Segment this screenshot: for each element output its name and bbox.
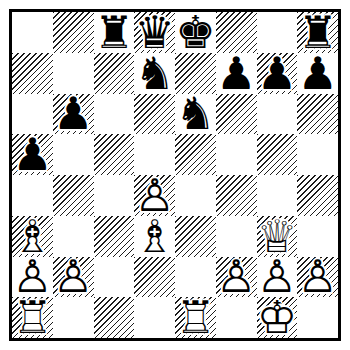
square-f4[interactable]	[216, 175, 257, 216]
square-e8[interactable]: ♚	[175, 12, 216, 53]
square-d2[interactable]	[134, 257, 175, 298]
square-e4[interactable]	[175, 175, 216, 216]
piece-wP-b2: ♟	[53, 257, 94, 298]
piece-wQ-g3: ♛	[257, 216, 298, 257]
square-f8[interactable]	[216, 12, 257, 53]
square-h8[interactable]: ♜	[297, 12, 338, 53]
square-g7[interactable]: ♟	[257, 53, 298, 94]
piece-wQ-outline-g3: ♕	[257, 216, 298, 257]
piece-wP-g2: ♟	[257, 257, 298, 298]
piece-wB-a3: ♝	[12, 216, 53, 257]
piece-wB-outline-a3: ♗	[12, 216, 53, 257]
square-h6[interactable]	[297, 94, 338, 135]
piece-bN-e6: ♞	[175, 94, 216, 135]
square-e1[interactable]: ♜♖	[175, 297, 216, 338]
square-d3[interactable]: ♝♗	[134, 216, 175, 257]
square-g3[interactable]: ♛♕	[257, 216, 298, 257]
square-c1[interactable]	[94, 297, 135, 338]
square-g4[interactable]	[257, 175, 298, 216]
square-e3[interactable]	[175, 216, 216, 257]
piece-wK-outline-g1: ♔	[257, 297, 298, 338]
square-g8[interactable]	[257, 12, 298, 53]
square-b2[interactable]: ♟♙	[53, 257, 94, 298]
square-f2[interactable]: ♟♙	[216, 257, 257, 298]
piece-bP-h7: ♟	[297, 53, 338, 94]
square-d7[interactable]: ♞	[134, 53, 175, 94]
square-h4[interactable]	[297, 175, 338, 216]
square-b1[interactable]	[53, 297, 94, 338]
square-f7[interactable]: ♟	[216, 53, 257, 94]
piece-wP-f2: ♟	[216, 257, 257, 298]
piece-wP-d4: ♟	[134, 175, 175, 216]
square-f1[interactable]	[216, 297, 257, 338]
square-b3[interactable]	[53, 216, 94, 257]
piece-wR-outline-e1: ♖	[175, 297, 216, 338]
square-b6[interactable]: ♟	[53, 94, 94, 135]
square-h3[interactable]	[297, 216, 338, 257]
square-c5[interactable]	[94, 134, 135, 175]
square-g6[interactable]	[257, 94, 298, 135]
piece-bN-d7: ♞	[134, 53, 175, 94]
piece-bR-h8: ♜	[297, 12, 338, 53]
square-a7[interactable]	[12, 53, 53, 94]
square-a2[interactable]: ♟♙	[12, 257, 53, 298]
square-d5[interactable]	[134, 134, 175, 175]
square-h2[interactable]: ♟♙	[297, 257, 338, 298]
piece-bP-a5: ♟	[12, 134, 53, 175]
square-h1[interactable]	[297, 297, 338, 338]
square-g2[interactable]: ♟♙	[257, 257, 298, 298]
piece-bK-e8: ♚	[175, 12, 216, 53]
piece-wR-e1: ♜	[175, 297, 216, 338]
square-e7[interactable]	[175, 53, 216, 94]
piece-wP-outline-d4: ♙	[134, 175, 175, 216]
square-g5[interactable]	[257, 134, 298, 175]
piece-bQ-d8: ♛	[134, 12, 175, 53]
square-h5[interactable]	[297, 134, 338, 175]
piece-wB-outline-d3: ♗	[134, 216, 175, 257]
square-h7[interactable]: ♟	[297, 53, 338, 94]
piece-wP-h2: ♟	[297, 257, 338, 298]
square-b8[interactable]	[53, 12, 94, 53]
square-a6[interactable]	[12, 94, 53, 135]
square-a1[interactable]: ♜♖	[12, 297, 53, 338]
square-b5[interactable]	[53, 134, 94, 175]
piece-wP-outline-a2: ♙	[12, 257, 53, 298]
square-c4[interactable]	[94, 175, 135, 216]
square-e6[interactable]: ♞	[175, 94, 216, 135]
piece-wP-outline-g2: ♙	[257, 257, 298, 298]
square-a3[interactable]: ♝♗	[12, 216, 53, 257]
diagram-page: ♜♛♚♜♞♟♟♟♟♞♟♟♙♝♗♝♗♛♕♟♙♟♙♟♙♟♙♟♙♜♖♜♖♚♔	[0, 0, 350, 350]
piece-wB-d3: ♝	[134, 216, 175, 257]
square-f5[interactable]	[216, 134, 257, 175]
piece-wR-outline-a1: ♖	[12, 297, 53, 338]
square-b4[interactable]	[53, 175, 94, 216]
chess-board: ♜♛♚♜♞♟♟♟♟♞♟♟♙♝♗♝♗♛♕♟♙♟♙♟♙♟♙♟♙♜♖♜♖♚♔	[12, 12, 338, 338]
square-a4[interactable]	[12, 175, 53, 216]
piece-bR-c8: ♜	[94, 12, 135, 53]
square-d8[interactable]: ♛	[134, 12, 175, 53]
piece-wK-g1: ♚	[257, 297, 298, 338]
square-b7[interactable]	[53, 53, 94, 94]
square-c3[interactable]	[94, 216, 135, 257]
square-c2[interactable]	[94, 257, 135, 298]
square-a5[interactable]: ♟	[12, 134, 53, 175]
piece-wP-outline-f2: ♙	[216, 257, 257, 298]
square-c7[interactable]	[94, 53, 135, 94]
square-c8[interactable]: ♜	[94, 12, 135, 53]
square-f6[interactable]	[216, 94, 257, 135]
square-d1[interactable]	[134, 297, 175, 338]
square-e5[interactable]	[175, 134, 216, 175]
square-c6[interactable]	[94, 94, 135, 135]
piece-bP-f7: ♟	[216, 53, 257, 94]
piece-bP-g7: ♟	[257, 53, 298, 94]
square-d6[interactable]	[134, 94, 175, 135]
piece-bP-b6: ♟	[53, 94, 94, 135]
square-a8[interactable]	[12, 12, 53, 53]
square-d4[interactable]: ♟♙	[134, 175, 175, 216]
square-f3[interactable]	[216, 216, 257, 257]
piece-wP-outline-h2: ♙	[297, 257, 338, 298]
piece-wP-outline-b2: ♙	[53, 257, 94, 298]
piece-wP-a2: ♟	[12, 257, 53, 298]
square-e2[interactable]	[175, 257, 216, 298]
piece-wR-a1: ♜	[12, 297, 53, 338]
board-frame: ♜♛♚♜♞♟♟♟♟♞♟♟♙♝♗♝♗♛♕♟♙♟♙♟♙♟♙♟♙♜♖♜♖♚♔	[9, 9, 341, 341]
square-g1[interactable]: ♚♔	[257, 297, 298, 338]
